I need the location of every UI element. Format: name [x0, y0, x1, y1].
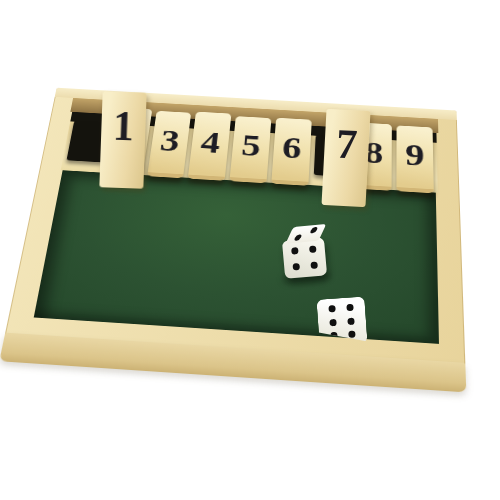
- tray-top-surface: 2 3 4 5 6 8 9: [5, 88, 466, 365]
- die-2-top-face-6: [316, 296, 367, 346]
- tile-4-label: 4: [199, 127, 221, 158]
- tile-9[interactable]: 9: [397, 125, 434, 193]
- board: 2 3 4 5 6 8 9: [0, 88, 466, 393]
- die-pip: [346, 304, 353, 311]
- tile-5-label: 5: [240, 130, 262, 162]
- tile-3[interactable]: 3: [147, 111, 192, 178]
- tile-9-label: 9: [405, 139, 425, 171]
- die-pip: [310, 261, 318, 269]
- tile-6[interactable]: 6: [271, 118, 311, 186]
- tile-1-up[interactable]: 1: [99, 91, 146, 188]
- die-1[interactable]: [281, 224, 329, 280]
- tile-5[interactable]: 5: [230, 116, 272, 183]
- tile-6-label: 6: [281, 132, 302, 164]
- die-pip: [330, 318, 337, 325]
- die-pip: [331, 331, 338, 338]
- die-pip: [293, 263, 301, 271]
- die-pip: [291, 247, 299, 255]
- die-pip: [348, 330, 355, 337]
- die-pip: [309, 246, 317, 254]
- wooden-tray: 2 3 4 5 6 8 9: [0, 88, 466, 393]
- tile-3-label: 3: [158, 125, 181, 156]
- die-1-front-face-4: [282, 237, 327, 279]
- die-pip: [347, 317, 354, 324]
- tile-7-up[interactable]: 7: [322, 109, 371, 207]
- die-2[interactable]: [316, 296, 367, 346]
- die-pip: [329, 305, 336, 312]
- die-pip: [294, 234, 303, 241]
- die-pip: [309, 227, 318, 234]
- felt-surface: [34, 170, 439, 344]
- tile-4[interactable]: 4: [188, 112, 231, 181]
